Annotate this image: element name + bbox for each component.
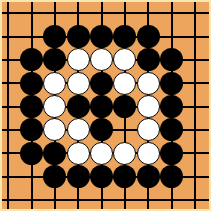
grid-line-vertical [194, 2, 196, 209]
stone-white[interactable] [137, 72, 160, 95]
stone-white[interactable] [67, 142, 90, 165]
stone-black[interactable] [113, 95, 136, 118]
stone-black[interactable] [160, 72, 183, 95]
stone-black[interactable] [113, 25, 136, 48]
stone-white[interactable] [137, 118, 160, 141]
stone-white[interactable] [113, 72, 136, 95]
stone-black[interactable] [90, 72, 113, 95]
board-surface [2, 2, 209, 209]
stone-black[interactable] [160, 165, 183, 188]
stone-white[interactable] [90, 48, 113, 71]
stone-black[interactable] [160, 48, 183, 71]
stone-white[interactable] [67, 72, 90, 95]
stone-white[interactable] [43, 118, 66, 141]
stone-black[interactable] [67, 165, 90, 188]
stone-black[interactable] [90, 165, 113, 188]
stone-black[interactable] [43, 142, 66, 165]
stone-white[interactable] [43, 95, 66, 118]
go-board [0, 0, 211, 211]
stone-black[interactable] [113, 165, 136, 188]
stone-black[interactable] [43, 25, 66, 48]
stone-black[interactable] [43, 48, 66, 71]
stone-black[interactable] [137, 25, 160, 48]
stone-black[interactable] [90, 118, 113, 141]
stone-black[interactable] [137, 48, 160, 71]
stone-black[interactable] [20, 48, 43, 71]
stone-black[interactable] [90, 25, 113, 48]
stone-black[interactable] [20, 142, 43, 165]
stone-white[interactable] [113, 48, 136, 71]
grid-line-horizontal [2, 12, 209, 14]
stone-white[interactable] [137, 142, 160, 165]
stone-black[interactable] [160, 142, 183, 165]
stone-white[interactable] [67, 48, 90, 71]
stone-black[interactable] [67, 95, 90, 118]
stone-white[interactable] [113, 142, 136, 165]
stone-white[interactable] [90, 142, 113, 165]
stone-white[interactable] [137, 95, 160, 118]
stone-black[interactable] [160, 118, 183, 141]
stone-black[interactable] [90, 95, 113, 118]
stone-black[interactable] [43, 165, 66, 188]
stone-white[interactable] [67, 118, 90, 141]
stone-black[interactable] [20, 72, 43, 95]
stone-black[interactable] [137, 165, 160, 188]
stone-black[interactable] [67, 25, 90, 48]
grid-line-horizontal [2, 199, 209, 201]
stone-black[interactable] [160, 95, 183, 118]
stone-white[interactable] [43, 72, 66, 95]
stone-black[interactable] [20, 95, 43, 118]
stone-black[interactable] [20, 118, 43, 141]
